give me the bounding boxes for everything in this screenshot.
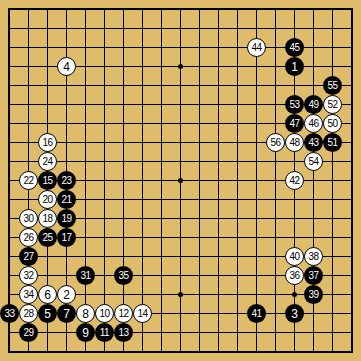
stone-black-1: 1: [285, 57, 304, 76]
move-number: 19: [61, 214, 71, 224]
stone-black-39: 39: [304, 285, 323, 304]
move-number: 33: [4, 309, 14, 319]
move-number: 2: [63, 289, 70, 301]
stone-black-13: 13: [114, 323, 133, 342]
stone-black-37: 37: [304, 266, 323, 285]
stone-black-17: 17: [57, 228, 76, 247]
stone-black-35: 35: [114, 266, 133, 285]
stone-white-54: 54: [304, 152, 323, 171]
stone-white-48: 48: [285, 133, 304, 152]
stone-black-9: 9: [76, 323, 95, 342]
stone-black-53: 53: [285, 95, 304, 114]
move-number: 54: [308, 157, 318, 167]
stone-black-15: 15: [38, 171, 57, 190]
move-number: 37: [308, 271, 318, 281]
move-number: 56: [270, 138, 280, 148]
move-number: 17: [61, 233, 71, 243]
stone-white-14: 14: [133, 304, 152, 323]
stone-white-30: 30: [19, 209, 38, 228]
move-number: 36: [289, 271, 299, 281]
stone-black-11: 11: [95, 323, 114, 342]
stone-black-51: 51: [323, 133, 342, 152]
stone-black-43: 43: [304, 133, 323, 152]
stone-white-50: 50: [323, 114, 342, 133]
stone-white-38: 38: [304, 247, 323, 266]
move-number: 27: [23, 252, 33, 262]
move-number: 20: [42, 195, 52, 205]
stone-white-10: 10: [95, 304, 114, 323]
stone-black-49: 49: [304, 95, 323, 114]
stone-white-56: 56: [266, 133, 285, 152]
stones-layer: 1234567891011121314151617181920212223242…: [0, 0, 361, 361]
move-number: 32: [23, 271, 33, 281]
move-number: 31: [80, 271, 90, 281]
move-number: 22: [23, 176, 33, 186]
move-number: 7: [63, 308, 70, 320]
move-number: 3: [291, 308, 298, 320]
move-number: 23: [61, 176, 71, 186]
move-number: 40: [289, 252, 299, 262]
stone-white-22: 22: [19, 171, 38, 190]
stone-black-33: 33: [0, 304, 19, 323]
move-number: 35: [118, 271, 128, 281]
move-number: 48: [289, 138, 299, 148]
stone-white-40: 40: [285, 247, 304, 266]
stone-white-6: 6: [38, 285, 57, 304]
move-number: 6: [44, 289, 51, 301]
move-number: 49: [308, 100, 318, 110]
stone-black-5: 5: [38, 304, 57, 323]
move-number: 53: [289, 100, 299, 110]
stone-white-52: 52: [323, 95, 342, 114]
stone-white-24: 24: [38, 152, 57, 171]
stone-white-34: 34: [19, 285, 38, 304]
stone-white-16: 16: [38, 133, 57, 152]
stone-white-44: 44: [247, 38, 266, 57]
stone-black-29: 29: [19, 323, 38, 342]
go-board: 1234567891011121314151617181920212223242…: [0, 0, 361, 361]
move-number: 14: [137, 309, 147, 319]
stone-white-28: 28: [19, 304, 38, 323]
stone-black-23: 23: [57, 171, 76, 190]
move-number: 39: [308, 290, 318, 300]
stone-white-4: 4: [57, 57, 76, 76]
move-number: 41: [251, 309, 261, 319]
move-number: 47: [289, 119, 299, 129]
stone-black-25: 25: [38, 228, 57, 247]
move-number: 28: [23, 309, 33, 319]
stone-black-31: 31: [76, 266, 95, 285]
move-number: 15: [42, 176, 52, 186]
move-number: 42: [289, 176, 299, 186]
stone-black-45: 45: [285, 38, 304, 57]
stone-black-47: 47: [285, 114, 304, 133]
move-number: 1: [291, 61, 298, 73]
stone-white-8: 8: [76, 304, 95, 323]
move-number: 8: [82, 308, 89, 320]
move-number: 4: [63, 61, 70, 73]
move-number: 5: [44, 308, 51, 320]
move-number: 29: [23, 328, 33, 338]
stone-black-21: 21: [57, 190, 76, 209]
move-number: 46: [308, 119, 318, 129]
move-number: 9: [82, 327, 89, 339]
move-number: 24: [42, 157, 52, 167]
move-number: 55: [327, 81, 337, 91]
move-number: 45: [289, 43, 299, 53]
move-number: 50: [327, 119, 337, 129]
move-number: 25: [42, 233, 52, 243]
stone-black-7: 7: [57, 304, 76, 323]
move-number: 26: [23, 233, 33, 243]
stone-black-55: 55: [323, 76, 342, 95]
stone-white-18: 18: [38, 209, 57, 228]
move-number: 34: [23, 290, 33, 300]
stone-white-2: 2: [57, 285, 76, 304]
move-number: 44: [251, 43, 261, 53]
move-number: 12: [118, 309, 128, 319]
stone-white-26: 26: [19, 228, 38, 247]
move-number: 10: [99, 309, 109, 319]
stone-white-46: 46: [304, 114, 323, 133]
move-number: 43: [308, 138, 318, 148]
move-number: 51: [327, 138, 337, 148]
move-number: 11: [100, 328, 109, 338]
stone-black-41: 41: [247, 304, 266, 323]
move-number: 52: [327, 100, 337, 110]
move-number: 21: [61, 195, 71, 205]
stone-white-12: 12: [114, 304, 133, 323]
move-number: 13: [118, 328, 128, 338]
stone-white-20: 20: [38, 190, 57, 209]
move-number: 38: [308, 252, 318, 262]
stone-white-42: 42: [285, 171, 304, 190]
move-number: 18: [42, 214, 52, 224]
stone-black-19: 19: [57, 209, 76, 228]
move-number: 16: [42, 138, 52, 148]
stone-black-27: 27: [19, 247, 38, 266]
stone-white-32: 32: [19, 266, 38, 285]
stone-white-36: 36: [285, 266, 304, 285]
move-number: 30: [23, 214, 33, 224]
stone-black-3: 3: [285, 304, 304, 323]
